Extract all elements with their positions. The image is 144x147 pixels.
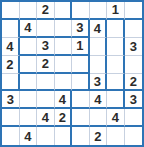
cell-r8c6[interactable]: 2 (90, 127, 108, 145)
given-digit: 3 (7, 93, 14, 106)
given-digit: 2 (42, 57, 49, 70)
cell-r7c2[interactable] (20, 109, 38, 127)
cell-r6c5[interactable] (72, 91, 90, 109)
cell-r7c1[interactable] (2, 109, 20, 127)
cell-r7c5[interactable] (72, 109, 90, 127)
given-digit: 2 (59, 111, 66, 124)
cell-r7c6[interactable] (90, 109, 108, 127)
cell-r1c8[interactable] (125, 2, 143, 20)
cell-r5c5[interactable] (72, 74, 90, 92)
cell-r8c5[interactable] (72, 127, 90, 145)
cell-r2c3[interactable] (37, 20, 55, 38)
cell-r8c8[interactable] (125, 127, 143, 145)
cell-r4c2[interactable] (20, 56, 38, 74)
given-digit: 4 (94, 93, 101, 106)
cell-r3c4[interactable] (55, 38, 73, 56)
given-digit: 4 (59, 93, 66, 106)
cell-r7c4[interactable]: 2 (55, 109, 73, 127)
cell-r5c8[interactable]: 2 (125, 74, 143, 92)
cell-r2c8[interactable] (125, 20, 143, 38)
given-digit: 4 (94, 22, 101, 35)
cell-r1c3[interactable]: 2 (37, 2, 55, 20)
cell-r5c6[interactable]: 3 (90, 74, 108, 92)
cell-r3c1[interactable]: 4 (2, 38, 20, 56)
given-digit: 2 (94, 130, 101, 143)
given-digit: 3 (76, 21, 83, 34)
cell-r4c8[interactable] (125, 56, 143, 74)
cell-r2c6[interactable]: 4 (90, 20, 108, 38)
cell-r5c2[interactable] (20, 74, 38, 92)
given-digit: 3 (94, 75, 101, 88)
puzzle-grid: 2143443132232344342442 (0, 0, 144, 147)
cell-r1c7[interactable]: 1 (107, 2, 125, 20)
given-digit: 4 (6, 40, 13, 53)
cell-r4c3[interactable]: 2 (37, 56, 55, 74)
cell-r7c8[interactable] (125, 109, 143, 127)
given-digit: 4 (24, 21, 31, 34)
cell-r3c2[interactable] (20, 38, 38, 56)
cell-r6c1[interactable]: 3 (2, 91, 20, 109)
cell-r2c2[interactable]: 4 (20, 20, 38, 38)
cell-r2c5[interactable]: 3 (72, 20, 90, 38)
given-digit: 2 (42, 3, 49, 16)
cell-r6c7[interactable] (107, 91, 125, 109)
given-digit: 4 (42, 111, 49, 124)
cell-r4c4[interactable] (55, 56, 73, 74)
cell-r2c7[interactable] (107, 20, 125, 38)
given-digit: 3 (130, 93, 137, 106)
cell-r3c7[interactable] (107, 38, 125, 56)
cell-r1c4[interactable] (55, 2, 73, 20)
cell-r1c2[interactable] (20, 2, 38, 20)
cell-r8c2[interactable]: 4 (20, 127, 38, 145)
given-digit: 1 (76, 39, 83, 52)
cell-r1c5[interactable] (72, 2, 90, 20)
cell-r5c3[interactable] (37, 74, 55, 92)
cell-r6c6[interactable]: 4 (90, 91, 108, 109)
cell-r8c4[interactable] (55, 127, 73, 145)
cell-r8c3[interactable] (37, 127, 55, 145)
cell-r4c1[interactable]: 2 (2, 56, 20, 74)
cell-r8c1[interactable] (2, 127, 20, 145)
cell-r1c6[interactable] (90, 2, 108, 20)
cell-r6c3[interactable] (37, 91, 55, 109)
cell-r5c4[interactable] (55, 74, 73, 92)
cell-r5c7[interactable] (107, 74, 125, 92)
given-digit: 2 (6, 58, 13, 71)
cell-r3c6[interactable] (90, 38, 108, 56)
cell-r6c4[interactable]: 4 (55, 91, 73, 109)
cell-r6c2[interactable] (20, 91, 38, 109)
given-digit: 3 (42, 39, 49, 52)
cell-r3c5[interactable]: 1 (72, 38, 90, 56)
cell-r1c1[interactable] (2, 2, 20, 20)
given-digit: 1 (112, 3, 119, 16)
cell-r4c7[interactable] (107, 56, 125, 74)
cell-r2c4[interactable] (55, 20, 73, 38)
given-digit: 3 (130, 40, 137, 53)
cell-r5c1[interactable] (2, 74, 20, 92)
cell-r3c3[interactable]: 3 (37, 38, 55, 56)
cell-r7c7[interactable]: 4 (107, 109, 125, 127)
cell-r6c8[interactable]: 3 (125, 91, 143, 109)
cell-r8c7[interactable] (107, 127, 125, 145)
cell-r7c3[interactable]: 4 (37, 109, 55, 127)
cell-r3c8[interactable]: 3 (125, 38, 143, 56)
cell-r4c5[interactable] (72, 56, 90, 74)
given-digit: 4 (112, 111, 119, 124)
given-digit: 4 (24, 130, 31, 143)
cell-r2c1[interactable] (2, 20, 20, 38)
given-digit: 2 (130, 75, 137, 88)
cell-r4c6[interactable] (90, 56, 108, 74)
